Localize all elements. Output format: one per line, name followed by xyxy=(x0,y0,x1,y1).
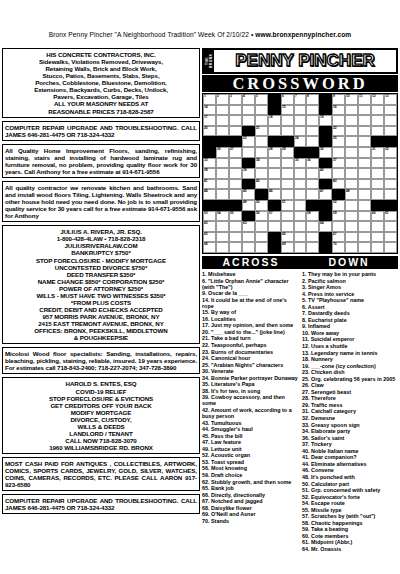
grid-cell[interactable] xyxy=(384,115,397,126)
grid-cell[interactable] xyxy=(255,147,268,158)
grid-cell[interactable] xyxy=(371,105,384,116)
down-clue: 3. Singer Amos xyxy=(302,284,398,290)
grid-cell[interactable]: 52 xyxy=(332,200,345,211)
grid-cell[interactable] xyxy=(255,105,268,116)
grid-cell[interactable]: 22 xyxy=(332,126,345,137)
grid-cell[interactable] xyxy=(384,221,397,232)
grid-cell[interactable] xyxy=(216,168,229,179)
grid-cell[interactable] xyxy=(345,221,358,232)
grid-cell[interactable] xyxy=(384,232,397,243)
across-clue: 21. Take a bad turn xyxy=(202,335,298,341)
cell-number: 52 xyxy=(333,200,337,203)
grid-cell[interactable] xyxy=(345,168,358,179)
cell-number: 25 xyxy=(333,136,337,139)
cell-number: 32 xyxy=(385,147,389,150)
grid-cell[interactable] xyxy=(384,189,397,200)
down-clue: 29. Traffic mess xyxy=(302,402,398,408)
grid-cell[interactable]: 20 xyxy=(203,126,216,137)
grid-cell[interactable]: 32 xyxy=(384,147,397,158)
cell-number: 45 xyxy=(243,189,247,192)
cell-number: 30 xyxy=(320,147,324,150)
grid-cell[interactable] xyxy=(281,179,294,190)
black-square xyxy=(268,232,281,243)
grid-cell[interactable]: 69 xyxy=(281,242,294,253)
across-clue: 70. Stands xyxy=(202,518,298,524)
classified-ad: Micolosi Wood floor specialists: Sanding… xyxy=(2,347,200,374)
grid-cell[interactable] xyxy=(268,168,281,179)
grid-cell[interactable] xyxy=(371,158,384,169)
across-clue: 23. Burns of documentaries xyxy=(202,349,298,355)
down-clue: 1. They may be in your pants xyxy=(302,271,398,277)
grid-cell[interactable] xyxy=(371,179,384,190)
cell-number: 64 xyxy=(320,221,324,224)
grid-cell[interactable] xyxy=(306,136,319,147)
grid-cell[interactable] xyxy=(229,105,242,116)
grid-cell[interactable] xyxy=(358,168,371,179)
down-clue: 9. Inflamed xyxy=(302,323,398,329)
grid-cell[interactable]: 61 xyxy=(384,211,397,222)
grid-cell[interactable] xyxy=(229,158,242,169)
grid-cell[interactable]: 3 xyxy=(229,94,242,105)
across-clue: 9. Oscar de la ___ xyxy=(202,290,298,296)
grid-cell[interactable]: 12 xyxy=(371,94,384,105)
across-clue: 53. Toast spread xyxy=(202,459,298,465)
grid-cell[interactable]: 62 xyxy=(203,221,216,232)
grid-cell[interactable] xyxy=(306,242,319,253)
grid-cell[interactable]: 60 xyxy=(371,211,384,222)
grid-cell[interactable] xyxy=(332,221,345,232)
grid-cell[interactable]: 29 xyxy=(281,147,294,158)
grid-cell[interactable] xyxy=(242,105,255,116)
grid-cell[interactable]: 5 xyxy=(255,94,268,105)
grid-cell[interactable] xyxy=(345,126,358,137)
grid-cell[interactable]: 8 xyxy=(306,94,319,105)
cell-number: 13 xyxy=(385,94,389,97)
grid-cell[interactable]: 44 xyxy=(203,189,216,200)
grid-cell[interactable] xyxy=(242,242,255,253)
grid-cell[interactable] xyxy=(216,126,229,137)
classified-ad: All Quality Home Improvement Floors, san… xyxy=(2,144,200,178)
grid-cell[interactable]: 53 xyxy=(203,211,216,222)
grid-cell[interactable] xyxy=(345,211,358,222)
grid-cell[interactable] xyxy=(294,115,307,126)
grid-cell[interactable] xyxy=(306,115,319,126)
down-clue: 46. Convene xyxy=(302,467,398,473)
grid-cell[interactable] xyxy=(371,126,384,137)
grid-cell[interactable] xyxy=(281,189,294,200)
grid-cell[interactable] xyxy=(371,168,384,179)
down-clue: 33. Greasy spoon sign xyxy=(302,422,398,428)
grid-cell[interactable] xyxy=(306,189,319,200)
grid-cell[interactable] xyxy=(229,126,242,137)
cell-number: 10 xyxy=(346,94,350,97)
grid-cell[interactable] xyxy=(268,126,281,137)
classified-ad: COMPUTER REPAIR UPGRADE AND TROUBLESHOOT… xyxy=(2,494,200,514)
cell-number: 27 xyxy=(230,147,234,150)
grid-cell[interactable] xyxy=(281,168,294,179)
grid-cell[interactable]: 42 xyxy=(255,179,268,190)
black-square xyxy=(384,200,397,211)
grid-cell[interactable] xyxy=(281,115,294,126)
grid-cell[interactable] xyxy=(216,189,229,200)
grid-cell[interactable] xyxy=(255,136,268,147)
grid-cell[interactable] xyxy=(242,232,255,243)
black-square xyxy=(255,189,268,200)
down-clue: 10. Wore away xyxy=(302,330,398,336)
down-clue: 12. Uses a shuttle xyxy=(302,343,398,349)
grid-cell[interactable]: 30 xyxy=(319,147,332,158)
masthead-text: Bronx Penny Pincher "A Neighborhood Trad… xyxy=(49,31,256,38)
across-clue: 17. Just my opinion, and then some xyxy=(202,322,298,328)
grid-cell[interactable]: 43 xyxy=(332,179,345,190)
grid-cell[interactable]: 37 xyxy=(332,158,345,169)
grid-cell[interactable]: 66 xyxy=(281,232,294,243)
classified-ad: HIS CONCRETE CONTRACTORS, INC.Sidewalks,… xyxy=(2,48,200,118)
grid-cell[interactable]: 33 xyxy=(203,158,216,169)
grid-cell[interactable] xyxy=(384,168,397,179)
clue-header-bar: ACROSS DOWN xyxy=(202,256,398,269)
grid-cell[interactable] xyxy=(216,232,229,243)
grid-cell[interactable]: 14 xyxy=(203,105,216,116)
cell-number: 28 xyxy=(269,147,273,150)
grid-cell[interactable]: 39 xyxy=(242,168,255,179)
grid-cell[interactable] xyxy=(345,232,358,243)
cell-number: 47 xyxy=(320,189,324,192)
black-square xyxy=(319,94,332,105)
cell-number: 24 xyxy=(295,136,299,139)
cell-number: 62 xyxy=(204,221,208,224)
cell-number: 66 xyxy=(282,232,286,235)
grid-cell[interactable] xyxy=(371,189,384,200)
down-clue: 59. Take a beating xyxy=(302,526,398,532)
across-clue: 20. "___ said to the..." (joke line) xyxy=(202,329,298,335)
cell-number: 58 xyxy=(307,211,311,214)
grid-cell[interactable]: 67 xyxy=(332,232,345,243)
cell-number: 4 xyxy=(243,94,245,97)
grid-cell[interactable]: 68 xyxy=(203,242,216,253)
grid-cell[interactable]: 31 xyxy=(371,147,384,158)
grid-cell[interactable]: 46 xyxy=(268,189,281,200)
black-square xyxy=(319,136,332,147)
grid-cell[interactable] xyxy=(255,115,268,126)
grid-cell[interactable] xyxy=(345,147,358,158)
cell-number: 56 xyxy=(256,211,260,214)
cell-number: 60 xyxy=(372,211,376,214)
grid-cell[interactable] xyxy=(345,200,358,211)
grid-cell[interactable] xyxy=(358,232,371,243)
black-square xyxy=(242,211,255,222)
cell-number: 31 xyxy=(372,147,376,150)
down-clue: 19. ___-cone (icy confection) xyxy=(302,363,398,369)
grid-cell[interactable]: 16 xyxy=(332,105,345,116)
grid-cell[interactable]: 63 xyxy=(242,221,255,232)
across-clue: 66. Directly, directionally xyxy=(202,492,298,498)
black-square xyxy=(268,94,281,105)
cell-number: 9 xyxy=(333,94,335,97)
grid-cell[interactable] xyxy=(281,158,294,169)
grid-cell[interactable] xyxy=(268,221,281,232)
black-square xyxy=(268,105,281,116)
grid-cell[interactable] xyxy=(216,179,229,190)
cell-number: 34 xyxy=(256,158,260,161)
grid-cell[interactable] xyxy=(332,147,345,158)
grid-cell[interactable] xyxy=(268,158,281,169)
cell-number: 40 xyxy=(320,168,324,171)
grid-cell[interactable] xyxy=(384,126,397,137)
across-clue: 14. It could be at the end of one's rope xyxy=(202,297,298,309)
grid-cell[interactable] xyxy=(216,221,229,232)
grid-cell[interactable] xyxy=(358,126,371,137)
grid-cell[interactable] xyxy=(294,105,307,116)
grid-cell[interactable] xyxy=(255,221,268,232)
cell-number: 50 xyxy=(256,200,260,203)
grid-cell[interactable]: 45 xyxy=(242,189,255,200)
cell-number: 7 xyxy=(295,94,297,97)
grid-cell[interactable]: 19 xyxy=(319,115,332,126)
across-clue: 24. Canonical hour xyxy=(202,355,298,361)
grid-cell[interactable] xyxy=(229,232,242,243)
grid-cell[interactable] xyxy=(229,221,242,232)
grid-cell[interactable]: 21 xyxy=(255,126,268,137)
grid-cell[interactable] xyxy=(358,115,371,126)
grid-cell[interactable]: 4 xyxy=(242,94,255,105)
down-clue: 23. Chicken dish xyxy=(302,369,398,375)
grid-cell[interactable] xyxy=(371,242,384,253)
down-clue: 8. Eucharist plate xyxy=(302,317,398,323)
grid-cell[interactable]: 27 xyxy=(229,147,242,158)
grid-cell[interactable]: 36 xyxy=(306,158,319,169)
grid-cell[interactable]: 18 xyxy=(268,115,281,126)
grid-cell[interactable]: 48 xyxy=(345,189,358,200)
grid-cell[interactable] xyxy=(294,242,307,253)
crossword-column: THE BRONX PENNY PINCHER CROSSWORD 123456… xyxy=(202,48,398,553)
grid-cell[interactable]: 58 xyxy=(306,211,319,222)
grid-cell[interactable] xyxy=(345,136,358,147)
grid-cell[interactable] xyxy=(358,136,371,147)
grid-cell[interactable] xyxy=(332,168,345,179)
grid-cell[interactable]: 41 xyxy=(203,179,216,190)
cell-number: 67 xyxy=(333,232,337,235)
grid-cell[interactable] xyxy=(294,221,307,232)
black-square xyxy=(229,200,242,211)
grid-cell[interactable] xyxy=(306,126,319,137)
grid-cell[interactable] xyxy=(255,242,268,253)
grid-cell[interactable]: 57 xyxy=(268,211,281,222)
down-clue: 54. Escape route xyxy=(302,500,398,506)
grid-cell[interactable]: 26 xyxy=(216,147,229,158)
grid-cell[interactable]: 6 xyxy=(281,94,294,105)
grid-cell[interactable] xyxy=(229,168,242,179)
grid-cell[interactable] xyxy=(371,115,384,126)
grid-cell[interactable] xyxy=(358,200,371,211)
grid-cell[interactable]: 64 xyxy=(319,221,332,232)
grid-cell[interactable]: 65 xyxy=(203,232,216,243)
grid-cell[interactable] xyxy=(384,158,397,169)
across-clue: 38. It's for two, in song xyxy=(202,388,298,394)
grid-cell[interactable] xyxy=(358,179,371,190)
black-square xyxy=(319,232,332,243)
grid-cell[interactable] xyxy=(345,105,358,116)
grid-cell[interactable] xyxy=(229,179,242,190)
black-square xyxy=(332,189,345,200)
down-clue: 61. Midpoint (Abbr.) xyxy=(302,539,398,545)
black-square xyxy=(384,136,397,147)
grid-cell[interactable] xyxy=(345,179,358,190)
grid-cell[interactable]: 70 xyxy=(332,242,345,253)
grid-cell[interactable] xyxy=(216,242,229,253)
cell-number: 12 xyxy=(372,94,376,97)
grid-cell[interactable]: 23 xyxy=(242,136,255,147)
grid-cell[interactable]: 59 xyxy=(332,211,345,222)
grid-cell[interactable] xyxy=(268,179,281,190)
cell-number: 33 xyxy=(204,158,208,161)
grid-cell[interactable]: 55 xyxy=(229,211,242,222)
grid-cell[interactable] xyxy=(358,221,371,232)
grid-cell[interactable]: 35 xyxy=(294,158,307,169)
grid-cell[interactable] xyxy=(306,168,319,179)
grid-cell[interactable] xyxy=(281,126,294,137)
grid-cell[interactable]: 47 xyxy=(319,189,332,200)
down-clue: 44. Eliminate alternatives xyxy=(302,461,398,467)
grid-cell[interactable]: 40 xyxy=(319,168,332,179)
down-clues: 1. They may be in your pants2. Pacific s… xyxy=(302,271,398,553)
grid-cell[interactable] xyxy=(345,115,358,126)
black-square xyxy=(319,105,332,116)
grid-cell[interactable]: 1 xyxy=(203,94,216,105)
grid-cell[interactable] xyxy=(306,221,319,232)
crossword-grid[interactable]: 1234567891011121314151617181920212223242… xyxy=(202,93,398,254)
classified-ad: MOST CASH PAID FOR ANTIQUES , COLLECTIBL… xyxy=(2,457,200,491)
clue-lists: 1. Misbehave6. "Little Orphan Annie" cha… xyxy=(202,271,398,553)
grid-cell[interactable]: 7 xyxy=(294,94,307,105)
grid-cell[interactable]: 50 xyxy=(255,200,268,211)
down-clue: 28. Therefore xyxy=(302,395,398,401)
cell-number: 17 xyxy=(204,115,208,118)
grid-cell[interactable]: 56 xyxy=(255,211,268,222)
grid-cell[interactable] xyxy=(345,158,358,169)
cell-number: 53 xyxy=(204,211,208,214)
across-clue: 62. Stubbly growth, and then some xyxy=(202,479,298,485)
grid-cell[interactable] xyxy=(281,221,294,232)
across-clue: 45. Pass the bill xyxy=(202,433,298,439)
grid-cell[interactable]: 13 xyxy=(384,94,397,105)
grid-cell[interactable]: 17 xyxy=(203,115,216,126)
grid-cell[interactable] xyxy=(281,211,294,222)
grid-cell[interactable]: 54 xyxy=(216,211,229,222)
cell-number: 22 xyxy=(333,126,337,129)
grid-cell[interactable] xyxy=(306,105,319,116)
grid-cell[interactable] xyxy=(294,211,307,222)
grid-cell[interactable] xyxy=(216,158,229,169)
cell-number: 29 xyxy=(282,147,286,150)
grid-cell[interactable] xyxy=(371,232,384,243)
grid-cell[interactable]: 10 xyxy=(345,94,358,105)
grid-cell[interactable] xyxy=(294,168,307,179)
cell-number: 2 xyxy=(217,94,219,97)
grid-cell[interactable] xyxy=(358,242,371,253)
black-square xyxy=(319,179,332,190)
down-clue: 51. Grp. concerned with safety xyxy=(302,487,398,493)
cell-number: 5 xyxy=(256,94,258,97)
grid-cell[interactable] xyxy=(306,179,319,190)
grid-cell[interactable] xyxy=(229,242,242,253)
grid-cell[interactable] xyxy=(306,232,319,243)
grid-cell[interactable] xyxy=(332,115,345,126)
grid-cell[interactable] xyxy=(216,105,229,116)
grid-cell[interactable] xyxy=(255,168,268,179)
grid-cell[interactable] xyxy=(345,242,358,253)
grid-cell[interactable] xyxy=(384,242,397,253)
grid-cell[interactable]: 49 xyxy=(242,200,255,211)
classified-ad: COMPUTER REPAIR UPGRADE AND TROUBLESHOOT… xyxy=(2,121,200,141)
grid-cell[interactable] xyxy=(294,189,307,200)
down-clue: 4. Press into service xyxy=(302,291,398,297)
grid-cell[interactable] xyxy=(229,115,242,126)
grid-cell[interactable] xyxy=(255,232,268,243)
across-clue: 52. Acoustic organ xyxy=(202,452,298,458)
grid-cell[interactable] xyxy=(358,105,371,116)
down-clue: 64. Mr. Onassis xyxy=(302,546,398,552)
black-square xyxy=(319,158,332,169)
cell-number: 8 xyxy=(307,94,309,97)
grid-cell[interactable] xyxy=(358,211,371,222)
black-square xyxy=(216,136,229,147)
cell-number: 11 xyxy=(359,94,362,97)
grid-cell[interactable] xyxy=(358,147,371,158)
grid-cell[interactable]: 24 xyxy=(294,136,307,147)
black-square xyxy=(371,136,384,147)
down-clue: 2. Pacific salmon xyxy=(302,278,398,284)
down-clue: 5. TV "Playhouse" name xyxy=(302,297,398,303)
grid-cell[interactable] xyxy=(216,115,229,126)
across-clue: 69. O'Neill and Asner xyxy=(202,511,298,517)
across-clue: 6. "Little Orphan Annie" character (with… xyxy=(202,278,298,290)
across-clue: 34. Bonnie Parker portrayer Dunaway xyxy=(202,375,298,381)
cell-number: 57 xyxy=(269,211,273,214)
grid-cell[interactable] xyxy=(294,126,307,137)
grid-cell[interactable]: 38 xyxy=(203,168,216,179)
grid-cell[interactable] xyxy=(229,189,242,200)
grid-cell[interactable] xyxy=(294,179,307,190)
down-clue: 55. Missile type xyxy=(302,507,398,513)
cell-number: 18 xyxy=(269,115,273,118)
black-square xyxy=(319,126,332,137)
grid-cell[interactable] xyxy=(384,179,397,190)
across-clue: 56. Most knowing xyxy=(202,465,298,471)
grid-cell[interactable]: 34 xyxy=(255,158,268,169)
grid-cell[interactable] xyxy=(358,189,371,200)
grid-cell[interactable] xyxy=(294,232,307,243)
grid-cell[interactable] xyxy=(242,115,255,126)
black-square xyxy=(319,200,332,211)
grid-cell[interactable]: 51 xyxy=(281,200,294,211)
grid-cell[interactable] xyxy=(384,105,397,116)
grid-cell[interactable] xyxy=(358,158,371,169)
cell-number: 55 xyxy=(230,211,234,214)
grid-cell[interactable]: 28 xyxy=(268,147,281,158)
across-clue: 44. Smuggler's haul xyxy=(202,426,298,432)
grid-cell[interactable]: 11 xyxy=(358,94,371,105)
grid-cell[interactable] xyxy=(294,200,307,211)
grid-cell[interactable]: 25 xyxy=(332,136,345,147)
down-clue: 6. Assert xyxy=(302,304,398,310)
grid-cell[interactable] xyxy=(371,221,384,232)
grid-cell[interactable]: 2 xyxy=(216,94,229,105)
grid-cell[interactable]: 15 xyxy=(281,105,294,116)
grid-cell[interactable] xyxy=(242,147,255,158)
grid-cell[interactable]: 9 xyxy=(332,94,345,105)
down-clue: 31. Catchall category xyxy=(302,408,398,414)
